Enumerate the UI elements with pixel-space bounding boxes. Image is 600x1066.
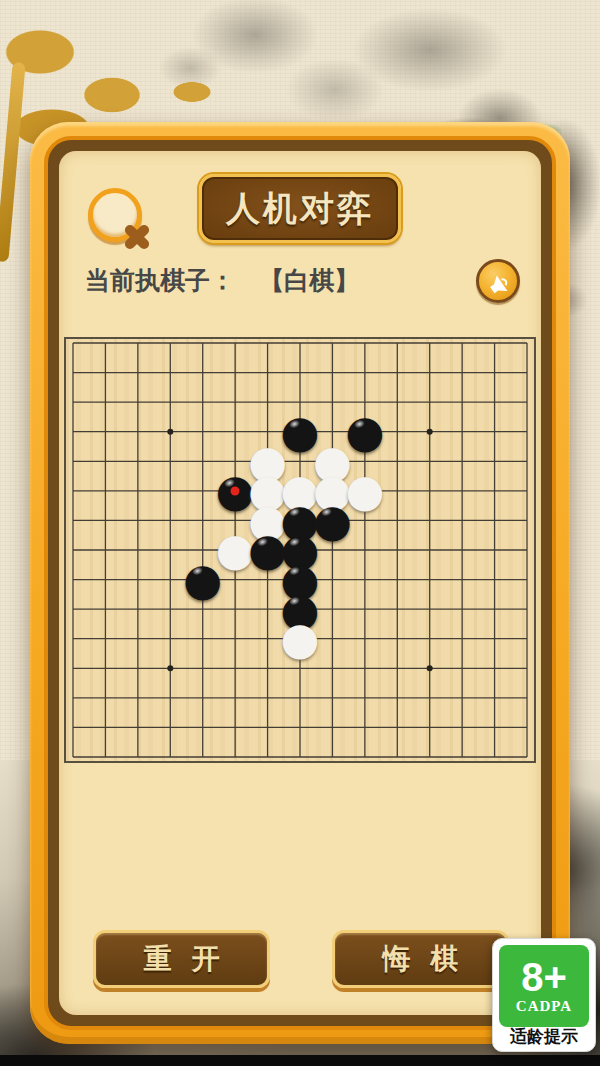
black-stone: ● [316,506,348,536]
game-panel: 人机对弈 当前执棋子： 【白棋】 ●●●●●●●●●●●●●●●●●●● 重开 … [30,122,570,1044]
black-stone: ● [187,565,219,595]
turn-status-label: 当前执棋子： [85,264,235,297]
white-stone: ● [219,535,251,565]
white-stone: ● [349,476,381,506]
gomoku-board[interactable]: ●●●●●●●●●●●●●●●●●●● [64,337,536,763]
restart-button-label: 重开 [124,940,240,978]
age-rating-caption: 适龄提示 [493,1025,595,1048]
turn-status: 当前执棋子： 【白棋】 [85,258,515,302]
page-title: 人机对弈 [226,186,374,232]
undo-button-label: 悔棋 [363,940,479,978]
black-stone: ● [349,417,381,447]
last-move-marker [231,486,240,495]
age-rating-badge: 8+ CADPA 适龄提示 [492,938,596,1052]
undo-button[interactable]: 悔棋 [332,930,509,988]
close-x-icon [115,215,159,259]
age-rating-green-box: 8+ CADPA [499,945,589,1027]
stones-layer: ●●●●●●●●●●●●●●●●●●● [57,328,543,772]
black-stone: ● [284,417,316,447]
sound-button[interactable] [476,259,520,303]
title-banner: 人机对弈 [199,174,401,243]
white-stone: ● [284,624,316,654]
black-stone: ● [251,535,283,565]
restart-button[interactable]: 重开 [93,930,270,988]
turn-status-value: 【白棋】 [259,264,359,297]
black-stone: ● [219,476,251,506]
age-rating-age: 8+ [521,958,567,996]
bottom-black-bar [0,1055,600,1066]
game-screen: 人机对弈 当前执棋子： 【白棋】 ●●●●●●●●●●●●●●●●●●● 重开 … [0,0,600,1066]
gold-tree-trunk [0,62,26,262]
megaphone-icon [485,268,517,300]
close-button[interactable] [88,188,142,242]
age-rating-org: CADPA [516,998,572,1015]
